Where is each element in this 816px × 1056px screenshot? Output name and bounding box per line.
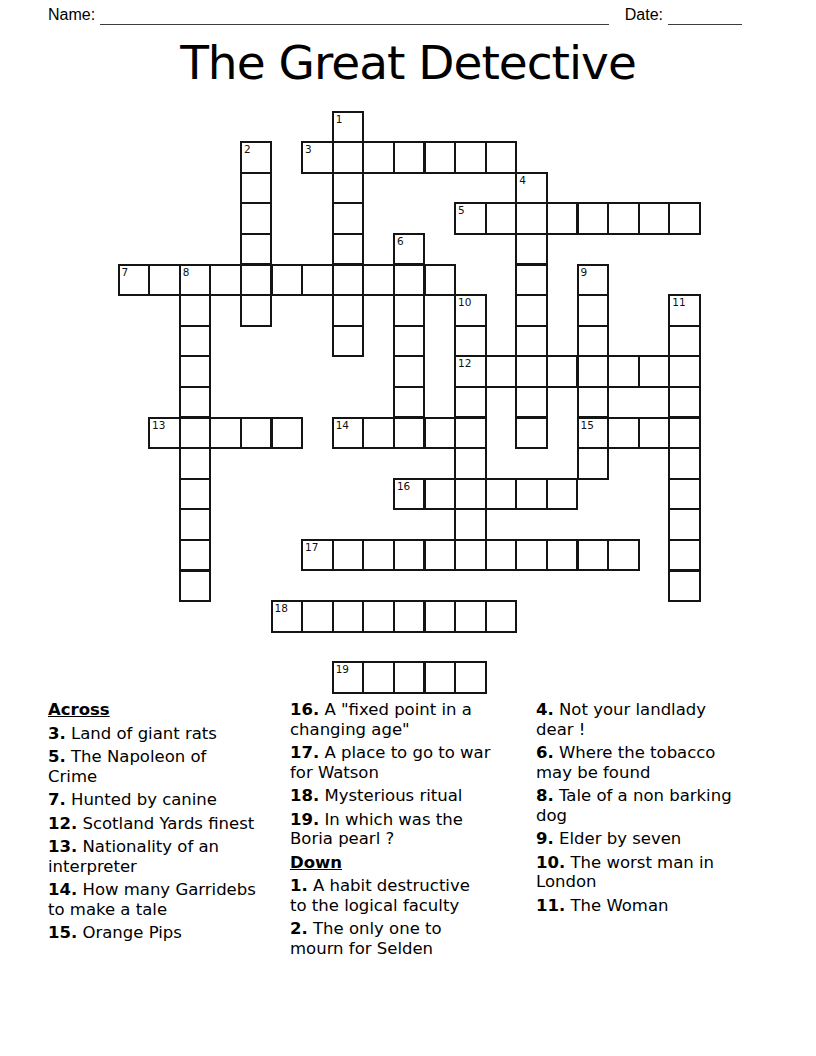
clue-number-14: 14 bbox=[336, 419, 349, 431]
clue-number-6: 6 bbox=[397, 235, 404, 247]
grid-cell-r14c9[interactable] bbox=[393, 539, 426, 572]
clue-across-17: 17. A place to go to war for Watson bbox=[290, 743, 534, 782]
grid-cell-r7c18[interactable] bbox=[668, 325, 701, 358]
clue-down-4: 4. Not your landlady dear ! bbox=[536, 700, 792, 739]
clue-across-5-text: The Napoleon of Crime bbox=[48, 747, 206, 786]
clues-column-3: 4. Not your landlady dear !6. Where the … bbox=[536, 700, 792, 919]
grid-cell-r8c11[interactable]: 12 bbox=[454, 355, 487, 388]
clue-down-11-number: 11. bbox=[536, 896, 565, 915]
clue-down-8: 8. Tale of a non barking dog bbox=[536, 786, 792, 825]
clues-column-2: 16. A "fixed point in a changing age"17.… bbox=[290, 700, 534, 962]
grid-cell-r16c9[interactable] bbox=[393, 600, 426, 633]
grid-cell-r3c12[interactable] bbox=[485, 202, 518, 235]
grid-cell-r1c7[interactable] bbox=[332, 141, 365, 174]
grid-cell-r10c11[interactable] bbox=[454, 417, 487, 450]
grid-cell-r8c18[interactable] bbox=[668, 355, 701, 388]
grid-cell-r10c18[interactable] bbox=[668, 417, 701, 450]
grid-cell-r18c10[interactable] bbox=[424, 661, 457, 694]
grid-cell-r3c14[interactable] bbox=[546, 202, 579, 235]
grid-cell-r10c2[interactable] bbox=[179, 417, 212, 450]
clue-across-14: 14. How many Garridebs to make a tale bbox=[48, 880, 288, 919]
clue-number-13: 13 bbox=[152, 419, 165, 431]
clue-across-15: 15. Orange Pips bbox=[48, 923, 288, 943]
grid-cell-r16c8[interactable] bbox=[362, 600, 395, 633]
clue-across-13: 13. Nationality of an interpreter bbox=[48, 837, 288, 876]
clue-number-16: 16 bbox=[397, 480, 410, 492]
grid-cell-r2c4[interactable] bbox=[240, 172, 273, 205]
crossword-grid: 12345678910111213141516171819 bbox=[0, 0, 816, 700]
clue-down-2-text: The only one to mourn for Selden bbox=[290, 919, 442, 958]
grid-cell-r9c11[interactable] bbox=[454, 386, 487, 419]
clue-across-17-number: 17. bbox=[290, 743, 319, 762]
grid-cell-r11c18[interactable] bbox=[668, 447, 701, 480]
grid-cell-r15c2[interactable] bbox=[179, 570, 212, 603]
clues-column-1: Across3. Land of giant rats5. The Napole… bbox=[48, 700, 288, 947]
clue-number-18: 18 bbox=[275, 602, 288, 614]
clue-down-6: 6. Where the tobacco may be found bbox=[536, 743, 792, 782]
grid-cell-r14c18[interactable] bbox=[668, 539, 701, 572]
clue-across-16: 16. A "fixed point in a changing age" bbox=[290, 700, 534, 739]
grid-cell-r14c8[interactable] bbox=[362, 539, 395, 572]
clue-across-5: 5. The Napoleon of Crime bbox=[48, 747, 288, 786]
clue-across-18-number: 18. bbox=[290, 786, 319, 805]
clue-number-11: 11 bbox=[672, 296, 685, 308]
grid-cell-r10c7[interactable]: 14 bbox=[332, 417, 365, 450]
grid-cell-r16c7[interactable] bbox=[332, 600, 365, 633]
clue-across-19: 19. In which was the Boria pearl ? bbox=[290, 810, 534, 849]
grid-cell-r10c15[interactable]: 15 bbox=[577, 417, 610, 450]
grid-cell-r4c13[interactable] bbox=[515, 233, 548, 266]
grid-cell-r3c7[interactable] bbox=[332, 202, 365, 235]
grid-cell-r6c18[interactable]: 11 bbox=[668, 294, 701, 327]
clue-number-1: 1 bbox=[336, 113, 343, 125]
grid-cell-r13c2[interactable] bbox=[179, 508, 212, 541]
crossword-worksheet: Name: Date: The Great Detective 12345678… bbox=[0, 0, 816, 1056]
clue-down-1-text: A habit destructive to the logical facul… bbox=[290, 876, 470, 915]
clue-across-12-text: Scotland Yards finest bbox=[82, 814, 254, 833]
clue-across-14-text: How many Garridebs to make a tale bbox=[48, 880, 256, 919]
grid-cell-r14c15[interactable] bbox=[577, 539, 610, 572]
grid-cell-r5c5[interactable] bbox=[271, 264, 304, 297]
grid-cell-r3c13[interactable] bbox=[515, 202, 548, 235]
clue-down-10-number: 10. bbox=[536, 853, 565, 872]
grid-cell-r10c17[interactable] bbox=[638, 417, 671, 450]
grid-cell-r11c11[interactable] bbox=[454, 447, 487, 480]
grid-cell-r5c4[interactable] bbox=[240, 264, 273, 297]
grid-cell-r13c18[interactable] bbox=[668, 508, 701, 541]
grid-cell-r3c18[interactable] bbox=[668, 202, 701, 235]
grid-cell-r11c2[interactable] bbox=[179, 447, 212, 480]
grid-cell-r10c13[interactable] bbox=[515, 417, 548, 450]
grid-cell-r10c4[interactable] bbox=[240, 417, 273, 450]
clue-number-4: 4 bbox=[519, 174, 526, 186]
clue-down-4-text: Not your landlady dear ! bbox=[536, 700, 706, 739]
grid-cell-r14c12[interactable] bbox=[485, 539, 518, 572]
grid-cell-r14c16[interactable] bbox=[607, 539, 640, 572]
clue-number-9: 9 bbox=[581, 266, 588, 278]
grid-cell-r14c2[interactable] bbox=[179, 539, 212, 572]
grid-cell-r7c11[interactable] bbox=[454, 325, 487, 358]
grid-cell-r3c11[interactable]: 5 bbox=[454, 202, 487, 235]
grid-cell-r6c11[interactable]: 10 bbox=[454, 294, 487, 327]
clue-across-3: 3. Land of giant rats bbox=[48, 724, 288, 744]
grid-cell-r8c17[interactable] bbox=[638, 355, 671, 388]
grid-cell-r7c7[interactable] bbox=[332, 325, 365, 358]
grid-cell-r18c8[interactable] bbox=[362, 661, 395, 694]
grid-cell-r9c13[interactable] bbox=[515, 386, 548, 419]
grid-cell-r4c4[interactable] bbox=[240, 233, 273, 266]
grid-cell-r7c2[interactable] bbox=[179, 325, 212, 358]
grid-cell-r9c2[interactable] bbox=[179, 386, 212, 419]
clue-number-2: 2 bbox=[244, 143, 251, 155]
clue-down-6-text: Where the tobacco may be found bbox=[536, 743, 715, 782]
grid-cell-r5c10[interactable] bbox=[424, 264, 457, 297]
clue-down-9-text: Elder by seven bbox=[559, 829, 681, 848]
grid-cell-r6c4[interactable] bbox=[240, 294, 273, 327]
grid-cell-r12c10[interactable] bbox=[424, 478, 457, 511]
grid-cell-r13c11[interactable] bbox=[454, 508, 487, 541]
grid-cell-r6c2[interactable] bbox=[179, 294, 212, 327]
grid-cell-r8c2[interactable] bbox=[179, 355, 212, 388]
clue-across-15-text: Orange Pips bbox=[82, 923, 181, 942]
clue-across-12: 12. Scotland Yards finest bbox=[48, 814, 288, 834]
grid-cell-r14c7[interactable] bbox=[332, 539, 365, 572]
clue-across-14-number: 14. bbox=[48, 880, 77, 899]
grid-cell-r12c11[interactable] bbox=[454, 478, 487, 511]
grid-cell-r5c13[interactable] bbox=[515, 264, 548, 297]
clue-down-1-number: 1. bbox=[290, 876, 308, 895]
clue-down-8-number: 8. bbox=[536, 786, 554, 805]
grid-cell-r18c7[interactable]: 19 bbox=[332, 661, 365, 694]
grid-cell-r5c9[interactable] bbox=[393, 264, 426, 297]
grid-cell-r14c13[interactable] bbox=[515, 539, 548, 572]
grid-cell-r1c12[interactable] bbox=[485, 141, 518, 174]
grid-cell-r15c18[interactable] bbox=[668, 570, 701, 603]
clue-number-5: 5 bbox=[458, 204, 465, 216]
grid-cell-r12c12[interactable] bbox=[485, 478, 518, 511]
grid-cell-r10c10[interactable] bbox=[424, 417, 457, 450]
clue-number-19: 19 bbox=[336, 663, 349, 675]
grid-cell-r6c7[interactable] bbox=[332, 294, 365, 327]
grid-cell-r14c14[interactable] bbox=[546, 539, 579, 572]
grid-cell-r1c11[interactable] bbox=[454, 141, 487, 174]
clue-across-3-text: Land of giant rats bbox=[71, 724, 217, 743]
grid-cell-r12c2[interactable] bbox=[179, 478, 212, 511]
clue-number-12: 12 bbox=[458, 357, 471, 369]
grid-cell-r9c18[interactable] bbox=[668, 386, 701, 419]
grid-cell-r6c13[interactable] bbox=[515, 294, 548, 327]
clue-across-7-number: 7. bbox=[48, 790, 66, 809]
grid-cell-r16c6[interactable] bbox=[301, 600, 334, 633]
grid-cell-r9c15[interactable] bbox=[577, 386, 610, 419]
clue-number-10: 10 bbox=[458, 296, 471, 308]
grid-cell-r5c2[interactable]: 8 bbox=[179, 264, 212, 297]
clue-down-10: 10. The worst man in London bbox=[536, 853, 792, 892]
grid-cell-r5c1[interactable] bbox=[148, 264, 181, 297]
grid-cell-r10c9[interactable] bbox=[393, 417, 426, 450]
clue-down-11-text: The Woman bbox=[570, 896, 668, 915]
grid-cell-r7c9[interactable] bbox=[393, 325, 426, 358]
clue-down-6-number: 6. bbox=[536, 743, 554, 762]
clue-number-7: 7 bbox=[122, 266, 129, 278]
clue-across-16-number: 16. bbox=[290, 700, 319, 719]
grid-cell-r14c11[interactable] bbox=[454, 539, 487, 572]
grid-cell-r10c8[interactable] bbox=[362, 417, 395, 450]
grid-cell-r4c9[interactable]: 6 bbox=[393, 233, 426, 266]
grid-cell-r12c13[interactable] bbox=[515, 478, 548, 511]
clue-down-9-number: 9. bbox=[536, 829, 554, 848]
grid-cell-r12c14[interactable] bbox=[546, 478, 579, 511]
grid-cell-r14c6[interactable]: 17 bbox=[301, 539, 334, 572]
clue-across-18: 18. Mysterious ritual bbox=[290, 786, 534, 806]
grid-cell-r18c11[interactable] bbox=[454, 661, 487, 694]
clue-across-19-number: 19. bbox=[290, 810, 319, 829]
grid-cell-r18c9[interactable] bbox=[393, 661, 426, 694]
grid-cell-r10c3[interactable] bbox=[209, 417, 242, 450]
grid-cell-r8c16[interactable] bbox=[607, 355, 640, 388]
grid-cell-r8c9[interactable] bbox=[393, 355, 426, 388]
clue-number-8: 8 bbox=[183, 266, 190, 278]
grid-cell-r3c4[interactable] bbox=[240, 202, 273, 235]
grid-cell-r0c7[interactable]: 1 bbox=[332, 111, 365, 144]
grid-cell-r1c4[interactable]: 2 bbox=[240, 141, 273, 174]
clue-across-13-number: 13. bbox=[48, 837, 77, 856]
grid-cell-r1c10[interactable] bbox=[424, 141, 457, 174]
grid-cell-r14c10[interactable] bbox=[424, 539, 457, 572]
grid-cell-r5c15[interactable]: 9 bbox=[577, 264, 610, 297]
grid-cell-r16c11[interactable] bbox=[454, 600, 487, 633]
grid-cell-r16c10[interactable] bbox=[424, 600, 457, 633]
grid-cell-r5c8[interactable] bbox=[362, 264, 395, 297]
grid-cell-r5c7[interactable] bbox=[332, 264, 365, 297]
grid-cell-r1c9[interactable] bbox=[393, 141, 426, 174]
grid-cell-r2c7[interactable] bbox=[332, 172, 365, 205]
clue-across-15-number: 15. bbox=[48, 923, 77, 942]
clue-down-9: 9. Elder by seven bbox=[536, 829, 792, 849]
grid-cell-r3c17[interactable] bbox=[638, 202, 671, 235]
grid-cell-r5c6[interactable] bbox=[301, 264, 334, 297]
grid-cell-r10c16[interactable] bbox=[607, 417, 640, 450]
clue-across-7-text: Hunted by canine bbox=[71, 790, 217, 809]
clue-across-12-number: 12. bbox=[48, 814, 77, 833]
grid-cell-r7c13[interactable] bbox=[515, 325, 548, 358]
clue-down-11: 11. The Woman bbox=[536, 896, 792, 916]
grid-cell-r3c16[interactable] bbox=[607, 202, 640, 235]
clue-across-7: 7. Hunted by canine bbox=[48, 790, 288, 810]
grid-cell-r2c13[interactable]: 4 bbox=[515, 172, 548, 205]
clue-across-17-text: A place to go to war for Watson bbox=[290, 743, 490, 782]
clue-number-3: 3 bbox=[305, 143, 312, 155]
grid-cell-r10c1[interactable]: 13 bbox=[148, 417, 181, 450]
grid-cell-r12c9[interactable]: 16 bbox=[393, 478, 426, 511]
grid-cell-r6c15[interactable] bbox=[577, 294, 610, 327]
clue-across-3-number: 3. bbox=[48, 724, 66, 743]
across-clues-header: Across bbox=[48, 700, 288, 720]
grid-cell-r16c12[interactable] bbox=[485, 600, 518, 633]
grid-cell-r12c18[interactable] bbox=[668, 478, 701, 511]
clue-down-8-text: Tale of a non barking dog bbox=[536, 786, 732, 825]
grid-cell-r1c6[interactable]: 3 bbox=[301, 141, 334, 174]
grid-cell-r8c13[interactable] bbox=[515, 355, 548, 388]
grid-cell-r9c9[interactable] bbox=[393, 386, 426, 419]
grid-cell-r5c0[interactable]: 7 bbox=[118, 264, 151, 297]
grid-cell-r3c15[interactable] bbox=[577, 202, 610, 235]
clue-number-15: 15 bbox=[581, 419, 594, 431]
grid-cell-r8c15[interactable] bbox=[577, 355, 610, 388]
down-clues-header: Down bbox=[290, 853, 534, 873]
clue-down-4-number: 4. bbox=[536, 700, 554, 719]
clue-across-5-number: 5. bbox=[48, 747, 66, 766]
grid-cell-r5c3[interactable] bbox=[209, 264, 242, 297]
grid-cell-r8c14[interactable] bbox=[546, 355, 579, 388]
grid-cell-r1c8[interactable] bbox=[362, 141, 395, 174]
grid-cell-r10c5[interactable] bbox=[271, 417, 304, 450]
grid-cell-r16c5[interactable]: 18 bbox=[271, 600, 304, 633]
clue-across-18-text: Mysterious ritual bbox=[324, 786, 462, 805]
clue-down-2: 2. The only one to mourn for Selden bbox=[290, 919, 534, 958]
grid-cell-r6c9[interactable] bbox=[393, 294, 426, 327]
clue-down-2-number: 2. bbox=[290, 919, 308, 938]
grid-cell-r7c15[interactable] bbox=[577, 325, 610, 358]
clue-number-17: 17 bbox=[305, 541, 318, 553]
grid-cell-r11c15[interactable] bbox=[577, 447, 610, 480]
grid-cell-r8c12[interactable] bbox=[485, 355, 518, 388]
clue-down-1: 1. A habit destructive to the logical fa… bbox=[290, 876, 534, 915]
grid-cell-r4c7[interactable] bbox=[332, 233, 365, 266]
